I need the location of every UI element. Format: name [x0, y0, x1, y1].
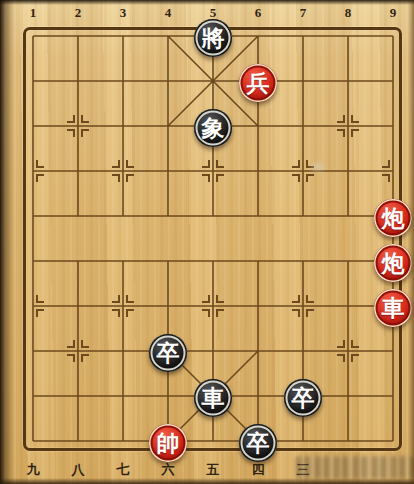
piece-glyph: 帥 — [157, 432, 180, 455]
bottom-label-3: 七 — [112, 461, 134, 479]
top-label-2: 2 — [67, 5, 89, 21]
piece-glyph: 象 — [202, 117, 225, 140]
bottom-label-4: 六 — [157, 461, 179, 479]
piece-glyph: 卒 — [157, 342, 180, 365]
bottom-label-6: 四 — [247, 461, 269, 479]
piece-glyph: 炮 — [382, 207, 405, 230]
black-soldier-piece[interactable]: 卒 — [239, 424, 277, 462]
bottom-label-2: 八 — [67, 461, 89, 479]
black-general-piece[interactable]: 將 — [194, 19, 232, 57]
board-right-shadow — [408, 0, 414, 484]
piece-glyph: 炮 — [382, 252, 405, 275]
piece-glyph: 車 — [382, 297, 405, 320]
bottom-label-1: 九 — [22, 461, 44, 479]
black-soldier-piece[interactable]: 卒 — [149, 334, 187, 372]
piece-glyph: 兵 — [247, 72, 270, 95]
red-chariot-piece[interactable]: 車 — [374, 289, 412, 327]
red-soldier-piece[interactable]: 兵 — [239, 64, 277, 102]
piece-glyph: 卒 — [292, 387, 315, 410]
top-label-1: 1 — [22, 5, 44, 21]
piece-glyph: 車 — [202, 387, 225, 410]
red-general-piece[interactable]: 帥 — [149, 424, 187, 462]
piece-glyph: 將 — [202, 27, 225, 50]
top-label-7: 7 — [292, 5, 314, 21]
bottom-label-7: 三 — [292, 461, 314, 479]
black-chariot-piece[interactable]: 車 — [194, 379, 232, 417]
top-label-6: 6 — [247, 5, 269, 21]
top-label-9: 9 — [382, 5, 404, 21]
xiangqi-board[interactable]: 123456789 九八七六五四三 將兵象炮炮車卒車卒帥卒 — [0, 0, 414, 484]
black-elephant-piece[interactable]: 象 — [194, 109, 232, 147]
top-label-8: 8 — [337, 5, 359, 21]
board-left-shadow — [0, 0, 14, 484]
top-label-3: 3 — [112, 5, 134, 21]
black-soldier-piece[interactable]: 卒 — [284, 379, 322, 417]
piece-glyph: 卒 — [247, 432, 270, 455]
top-label-4: 4 — [157, 5, 179, 21]
red-cannon-piece[interactable]: 炮 — [374, 244, 412, 282]
red-cannon-piece[interactable]: 炮 — [374, 199, 412, 237]
bottom-label-5: 五 — [202, 461, 224, 479]
